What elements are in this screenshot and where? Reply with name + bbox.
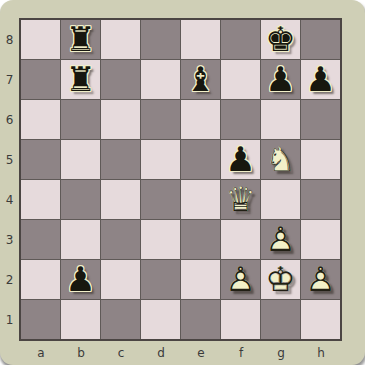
file-label-d: d — [141, 342, 181, 363]
board-panel: 87654321 ♜♚♜♝♟♟♟♞♘♛♕♟♙♟♟♙♚♔♟♙ abcdefgh — [0, 0, 365, 365]
square-g1[interactable] — [261, 300, 300, 339]
square-h7[interactable]: ♟ — [301, 60, 340, 99]
white-pawn-outline-icon: ♙ — [261, 220, 300, 259]
white-knight-outline-icon: ♘ — [261, 140, 300, 179]
square-g3[interactable]: ♟♙ — [261, 220, 300, 259]
file-label-c: c — [101, 342, 141, 363]
square-f4[interactable]: ♛♕ — [221, 180, 260, 219]
white-queen-outline-icon: ♕ — [221, 180, 260, 219]
square-c4[interactable] — [101, 180, 140, 219]
piece-black-pawn[interactable]: ♟ — [221, 140, 260, 179]
file-label-h: h — [301, 342, 341, 363]
square-b7[interactable]: ♜ — [61, 60, 100, 99]
white-king-outline-icon: ♔ — [261, 260, 300, 299]
file-label-g: g — [261, 342, 301, 363]
piece-black-pawn[interactable]: ♟ — [301, 60, 340, 99]
square-c8[interactable] — [101, 20, 140, 59]
rank-label-6: 6 — [0, 100, 19, 140]
square-h4[interactable] — [301, 180, 340, 219]
black-pawn-icon: ♟ — [261, 60, 300, 99]
square-a6[interactable] — [21, 100, 60, 139]
black-pawn-icon: ♟ — [61, 260, 100, 299]
white-pawn-outline-icon: ♙ — [301, 260, 340, 299]
piece-white-pawn[interactable]: ♟♙ — [261, 220, 300, 259]
black-rook-icon: ♜ — [61, 20, 100, 59]
piece-black-pawn[interactable]: ♟ — [61, 260, 100, 299]
piece-black-rook[interactable]: ♜ — [61, 20, 100, 59]
square-e5[interactable] — [181, 140, 220, 179]
square-e1[interactable] — [181, 300, 220, 339]
black-bishop-icon: ♝ — [181, 60, 220, 99]
square-f7[interactable] — [221, 60, 260, 99]
square-c6[interactable] — [101, 100, 140, 139]
square-h6[interactable] — [301, 100, 340, 139]
piece-white-king[interactable]: ♚♔ — [261, 260, 300, 299]
square-d4[interactable] — [141, 180, 180, 219]
square-d7[interactable] — [141, 60, 180, 99]
square-h8[interactable] — [301, 20, 340, 59]
square-d3[interactable] — [141, 220, 180, 259]
rank-labels: 87654321 — [0, 20, 19, 340]
square-f1[interactable] — [221, 300, 260, 339]
square-d8[interactable] — [141, 20, 180, 59]
square-d6[interactable] — [141, 100, 180, 139]
square-h5[interactable] — [301, 140, 340, 179]
square-h2[interactable]: ♟♙ — [301, 260, 340, 299]
square-b5[interactable] — [61, 140, 100, 179]
square-g5[interactable]: ♞♘ — [261, 140, 300, 179]
square-f8[interactable] — [221, 20, 260, 59]
piece-black-king[interactable]: ♚ — [261, 20, 300, 59]
square-a5[interactable] — [21, 140, 60, 179]
piece-white-pawn[interactable]: ♟♙ — [301, 260, 340, 299]
rank-label-7: 7 — [0, 60, 19, 100]
square-b4[interactable] — [61, 180, 100, 219]
rank-label-5: 5 — [0, 140, 19, 180]
square-e2[interactable] — [181, 260, 220, 299]
square-a2[interactable] — [21, 260, 60, 299]
chess-board: ♜♚♜♝♟♟♟♞♘♛♕♟♙♟♟♙♚♔♟♙ — [19, 18, 342, 341]
square-g6[interactable] — [261, 100, 300, 139]
square-g7[interactable]: ♟ — [261, 60, 300, 99]
black-king-icon: ♚ — [261, 20, 300, 59]
rank-label-1: 1 — [0, 300, 19, 340]
square-a4[interactable] — [21, 180, 60, 219]
square-c7[interactable] — [101, 60, 140, 99]
rank-label-2: 2 — [0, 260, 19, 300]
square-g8[interactable]: ♚ — [261, 20, 300, 59]
piece-white-pawn[interactable]: ♟♙ — [221, 260, 260, 299]
piece-white-knight[interactable]: ♞♘ — [261, 140, 300, 179]
square-b3[interactable] — [61, 220, 100, 259]
square-b2[interactable]: ♟ — [61, 260, 100, 299]
black-pawn-icon: ♟ — [301, 60, 340, 99]
square-b6[interactable] — [61, 100, 100, 139]
white-pawn-outline-icon: ♙ — [221, 260, 260, 299]
black-rook-icon: ♜ — [61, 60, 100, 99]
file-label-e: e — [181, 342, 221, 363]
square-h1[interactable] — [301, 300, 340, 339]
piece-black-bishop[interactable]: ♝ — [181, 60, 220, 99]
square-a8[interactable] — [21, 20, 60, 59]
square-f6[interactable] — [221, 100, 260, 139]
square-d2[interactable] — [141, 260, 180, 299]
square-d1[interactable] — [141, 300, 180, 339]
piece-black-pawn[interactable]: ♟ — [261, 60, 300, 99]
rank-label-3: 3 — [0, 220, 19, 260]
rank-label-4: 4 — [0, 180, 19, 220]
square-c3[interactable] — [101, 220, 140, 259]
square-h3[interactable] — [301, 220, 340, 259]
black-pawn-icon: ♟ — [221, 140, 260, 179]
piece-white-queen[interactable]: ♛♕ — [221, 180, 260, 219]
file-label-b: b — [61, 342, 101, 363]
file-label-a: a — [21, 342, 61, 363]
square-e6[interactable] — [181, 100, 220, 139]
square-g4[interactable] — [261, 180, 300, 219]
square-f3[interactable] — [221, 220, 260, 259]
square-f5[interactable]: ♟ — [221, 140, 260, 179]
square-c1[interactable] — [101, 300, 140, 339]
square-f2[interactable]: ♟♙ — [221, 260, 260, 299]
rank-label-8: 8 — [0, 20, 19, 60]
square-b1[interactable] — [61, 300, 100, 339]
piece-black-rook[interactable]: ♜ — [61, 60, 100, 99]
file-labels: abcdefgh — [21, 342, 341, 363]
square-a7[interactable] — [21, 60, 60, 99]
square-e4[interactable] — [181, 180, 220, 219]
square-a1[interactable] — [21, 300, 60, 339]
square-e7[interactable]: ♝ — [181, 60, 220, 99]
square-a3[interactable] — [21, 220, 60, 259]
file-label-f: f — [221, 342, 261, 363]
square-b8[interactable]: ♜ — [61, 20, 100, 59]
square-e8[interactable] — [181, 20, 220, 59]
square-d5[interactable] — [141, 140, 180, 179]
square-g2[interactable]: ♚♔ — [261, 260, 300, 299]
square-c5[interactable] — [101, 140, 140, 179]
square-e3[interactable] — [181, 220, 220, 259]
square-c2[interactable] — [101, 260, 140, 299]
